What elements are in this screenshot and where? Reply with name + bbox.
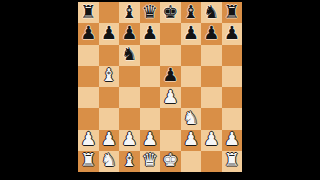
square-d4[interactable] xyxy=(140,87,161,108)
square-g1[interactable] xyxy=(201,151,222,172)
square-b6[interactable] xyxy=(99,45,120,66)
square-f6[interactable] xyxy=(181,45,202,66)
black-bishop[interactable]: ♝ xyxy=(121,3,137,21)
black-pawn[interactable]: ♟ xyxy=(101,24,117,42)
black-pawn[interactable]: ♟ xyxy=(183,24,199,42)
square-f5[interactable] xyxy=(181,66,202,87)
chess-board: ♜♝♛♚♝♞♜♟♟♟♟♟♟♟♞♝♟♟♞♟♟♟♟♟♟♟♜♞♝♛♚♜ xyxy=(78,2,242,172)
square-b7[interactable]: ♟ xyxy=(99,23,120,44)
black-rook[interactable]: ♜ xyxy=(224,3,240,21)
white-pawn[interactable]: ♟ xyxy=(101,130,117,148)
square-h8[interactable]: ♜ xyxy=(222,2,243,23)
square-f2[interactable]: ♟ xyxy=(181,130,202,151)
square-b1[interactable]: ♞ xyxy=(99,151,120,172)
square-a4[interactable] xyxy=(78,87,99,108)
square-f1[interactable] xyxy=(181,151,202,172)
square-f8[interactable]: ♝ xyxy=(181,2,202,23)
white-pawn[interactable]: ♟ xyxy=(142,130,158,148)
black-pawn[interactable]: ♟ xyxy=(142,24,158,42)
white-rook[interactable]: ♜ xyxy=(80,151,96,169)
square-g8[interactable]: ♞ xyxy=(201,2,222,23)
square-a2[interactable]: ♟ xyxy=(78,130,99,151)
letterbox-right xyxy=(242,0,320,180)
square-e7[interactable] xyxy=(160,23,181,44)
letterbox-left xyxy=(0,0,78,180)
black-knight[interactable]: ♞ xyxy=(121,45,137,63)
white-bishop[interactable]: ♝ xyxy=(121,151,137,169)
square-c7[interactable]: ♟ xyxy=(119,23,140,44)
white-pawn[interactable]: ♟ xyxy=(224,130,240,148)
square-e8[interactable]: ♚ xyxy=(160,2,181,23)
white-pawn[interactable]: ♟ xyxy=(203,130,219,148)
square-f7[interactable]: ♟ xyxy=(181,23,202,44)
square-e3[interactable] xyxy=(160,108,181,129)
square-h4[interactable] xyxy=(222,87,243,108)
square-e1[interactable]: ♚ xyxy=(160,151,181,172)
square-g2[interactable]: ♟ xyxy=(201,130,222,151)
black-queen[interactable]: ♛ xyxy=(142,3,158,21)
square-h6[interactable] xyxy=(222,45,243,66)
square-d2[interactable]: ♟ xyxy=(140,130,161,151)
black-bishop[interactable]: ♝ xyxy=(183,3,199,21)
square-a8[interactable]: ♜ xyxy=(78,2,99,23)
square-g5[interactable] xyxy=(201,66,222,87)
square-g7[interactable]: ♟ xyxy=(201,23,222,44)
square-c3[interactable] xyxy=(119,108,140,129)
square-h7[interactable]: ♟ xyxy=(222,23,243,44)
square-c4[interactable] xyxy=(119,87,140,108)
black-pawn[interactable]: ♟ xyxy=(80,24,96,42)
square-a7[interactable]: ♟ xyxy=(78,23,99,44)
white-knight[interactable]: ♞ xyxy=(183,109,199,127)
square-c2[interactable]: ♟ xyxy=(119,130,140,151)
game-screen: ♜♝♛♚♝♞♜♟♟♟♟♟♟♟♞♝♟♟♞♟♟♟♟♟♟♟♜♞♝♛♚♜ xyxy=(0,0,320,180)
white-king[interactable]: ♚ xyxy=(162,151,178,169)
square-h1[interactable]: ♜ xyxy=(222,151,243,172)
square-b8[interactable] xyxy=(99,2,120,23)
square-e6[interactable] xyxy=(160,45,181,66)
black-king[interactable]: ♚ xyxy=(162,3,178,21)
white-pawn[interactable]: ♟ xyxy=(80,130,96,148)
square-a1[interactable]: ♜ xyxy=(78,151,99,172)
square-a6[interactable] xyxy=(78,45,99,66)
black-knight[interactable]: ♞ xyxy=(203,3,219,21)
white-rook[interactable]: ♜ xyxy=(224,151,240,169)
square-b3[interactable] xyxy=(99,108,120,129)
square-d5[interactable] xyxy=(140,66,161,87)
black-rook[interactable]: ♜ xyxy=(80,3,96,21)
square-f4[interactable] xyxy=(181,87,202,108)
square-a3[interactable] xyxy=(78,108,99,129)
square-d1[interactable]: ♛ xyxy=(140,151,161,172)
square-g3[interactable] xyxy=(201,108,222,129)
square-b2[interactable]: ♟ xyxy=(99,130,120,151)
square-e2[interactable] xyxy=(160,130,181,151)
white-pawn[interactable]: ♟ xyxy=(121,130,137,148)
square-d7[interactable]: ♟ xyxy=(140,23,161,44)
white-queen[interactable]: ♛ xyxy=(142,151,158,169)
white-pawn[interactable]: ♟ xyxy=(162,88,178,106)
white-bishop[interactable]: ♝ xyxy=(101,66,117,84)
black-pawn[interactable]: ♟ xyxy=(121,24,137,42)
square-b4[interactable] xyxy=(99,87,120,108)
square-c1[interactable]: ♝ xyxy=(119,151,140,172)
square-d3[interactable] xyxy=(140,108,161,129)
black-pawn[interactable]: ♟ xyxy=(162,66,178,84)
black-pawn[interactable]: ♟ xyxy=(224,24,240,42)
white-knight[interactable]: ♞ xyxy=(101,151,117,169)
square-h2[interactable]: ♟ xyxy=(222,130,243,151)
square-h3[interactable] xyxy=(222,108,243,129)
square-e4[interactable]: ♟ xyxy=(160,87,181,108)
square-b5[interactable]: ♝ xyxy=(99,66,120,87)
square-h5[interactable] xyxy=(222,66,243,87)
square-c8[interactable]: ♝ xyxy=(119,2,140,23)
white-pawn[interactable]: ♟ xyxy=(183,130,199,148)
square-a5[interactable] xyxy=(78,66,99,87)
black-pawn[interactable]: ♟ xyxy=(203,24,219,42)
square-d6[interactable] xyxy=(140,45,161,66)
square-e5[interactable]: ♟ xyxy=(160,66,181,87)
square-c5[interactable] xyxy=(119,66,140,87)
square-c6[interactable]: ♞ xyxy=(119,45,140,66)
square-d8[interactable]: ♛ xyxy=(140,2,161,23)
square-g4[interactable] xyxy=(201,87,222,108)
square-g6[interactable] xyxy=(201,45,222,66)
square-f3[interactable]: ♞ xyxy=(181,108,202,129)
